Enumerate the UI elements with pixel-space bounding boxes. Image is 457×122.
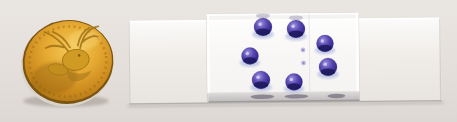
inlet-port bbox=[301, 61, 306, 66]
inlet-port bbox=[301, 48, 306, 53]
scene-svg bbox=[0, 0, 457, 122]
pdms-chip bbox=[207, 13, 360, 93]
photo-stage bbox=[0, 0, 457, 122]
slide-chip-group bbox=[127, 12, 444, 108]
